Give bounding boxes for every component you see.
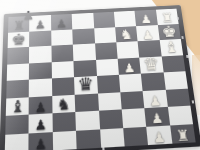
chess-piece-black-pawn[interactable]: ♟	[35, 19, 46, 31]
chess-board: ♜♟♟♚♛♝♟♞♟♟♟♜♞♟♚♝♛♟♟♟♟♜♟	[0, 5, 200, 150]
chess-piece-black-queen[interactable]: ♛	[77, 76, 94, 94]
chess-piece-black-pawn[interactable]: ♟	[35, 136, 48, 150]
chess-piece-white-pawn[interactable]: ♟	[149, 94, 162, 108]
pieces-layer: ♜♟♟♚♛♝♟♞♟♟♟♜♞♟♚♝♛♟♟♟♟♜♟	[0, 5, 200, 150]
chess-piece-white-king[interactable]: ♚	[161, 24, 178, 40]
chess-piece-white-knight[interactable]: ♞	[119, 28, 133, 42]
chess-piece-black-king[interactable]: ♚	[11, 32, 26, 48]
chess-piece-black-bishop[interactable]: ♝	[10, 98, 25, 115]
chess-piece-white-queen[interactable]: ♛	[142, 56, 160, 74]
chess-piece-black-knight[interactable]: ♞	[57, 97, 71, 113]
chess-piece-white-bishop[interactable]: ♝	[163, 40, 179, 55]
border-mark	[177, 17, 179, 20]
border-mark	[102, 148, 104, 150]
chess-piece-white-pawn[interactable]: ♟	[150, 111, 164, 125]
photo-scene: ♜♟♟♚♛♝♟♞♟♟♟♜♞♟♚♝♛♟♟♟♟♜♟	[0, 0, 200, 150]
chess-piece-white-pawn[interactable]: ♟	[140, 13, 152, 25]
border-mark	[186, 55, 188, 58]
chess-piece-black-pawn[interactable]: ♟	[56, 18, 67, 30]
border-mark	[192, 100, 194, 103]
chess-piece-white-pawn[interactable]: ♟	[142, 28, 154, 40]
chess-piece-white-rook[interactable]: ♜	[175, 127, 190, 143]
captured-piece[interactable]: ♟	[22, 9, 34, 22]
chess-piece-white-pawn[interactable]: ♟	[123, 61, 136, 74]
chess-piece-black-pawn[interactable]: ♟	[35, 118, 47, 132]
border-mark	[181, 36, 183, 39]
chess-piece-black-pawn[interactable]: ♟	[35, 100, 47, 114]
chess-piece-white-pawn[interactable]: ♟	[152, 129, 166, 144]
